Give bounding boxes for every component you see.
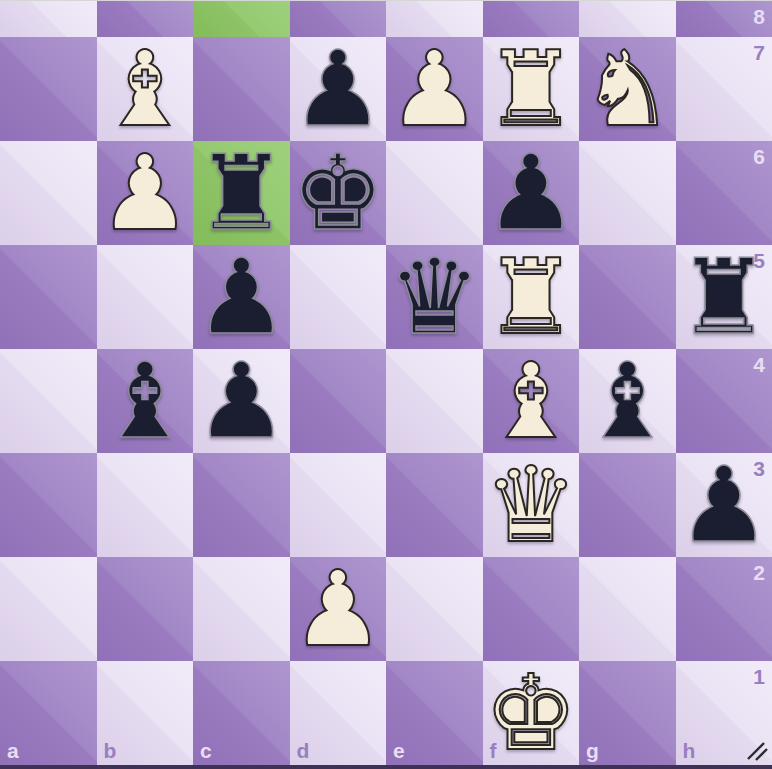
white-pawn[interactable]: ♟ [291, 557, 384, 661]
square-h4[interactable]: 4 [676, 349, 772, 453]
square-a7[interactable] [0, 37, 97, 141]
square-e1[interactable]: e [386, 661, 483, 765]
rank-label-3: 3 [753, 458, 765, 479]
square-h8[interactable]: 8 [676, 1, 772, 37]
square-a3[interactable] [0, 453, 97, 557]
square-e5[interactable]: ♛ [386, 245, 483, 349]
square-c3[interactable] [193, 453, 290, 557]
rank-label-2: 2 [753, 562, 765, 583]
rank-label-1: 1 [753, 666, 765, 687]
square-e6[interactable] [386, 141, 483, 245]
black-king[interactable]: ♚ [291, 141, 384, 245]
square-d5[interactable] [290, 245, 387, 349]
chess-board: 8♝♟♟♜♞7♟♜♚♟6♟♛♜♜5♝♟♝♝4♛♟3♟2abcde♚fg1h [0, 0, 772, 769]
square-a8[interactable] [0, 1, 97, 37]
square-b4[interactable]: ♝ [97, 349, 194, 453]
black-rook[interactable]: ♜ [195, 141, 288, 245]
rank-label-8: 8 [753, 6, 765, 27]
rank-label-5: 5 [753, 250, 765, 271]
square-a6[interactable] [0, 141, 97, 245]
square-h6[interactable]: 6 [676, 141, 772, 245]
white-pawn[interactable]: ♟ [388, 37, 481, 141]
square-c2[interactable] [193, 557, 290, 661]
square-d4[interactable] [290, 349, 387, 453]
square-c7[interactable] [193, 37, 290, 141]
file-label-h: h [683, 740, 696, 761]
square-d3[interactable] [290, 453, 387, 557]
square-c6[interactable]: ♜ [193, 141, 290, 245]
square-b6[interactable]: ♟ [97, 141, 194, 245]
white-rook[interactable]: ♜ [484, 245, 577, 349]
board-bottom-border [0, 765, 772, 769]
square-g5[interactable] [579, 245, 676, 349]
square-d2[interactable]: ♟ [290, 557, 387, 661]
square-e4[interactable] [386, 349, 483, 453]
white-bishop[interactable]: ♝ [98, 37, 191, 141]
square-g3[interactable] [579, 453, 676, 557]
square-e3[interactable] [386, 453, 483, 557]
file-label-f: f [490, 740, 497, 761]
white-rook[interactable]: ♜ [484, 37, 577, 141]
square-f2[interactable] [483, 557, 580, 661]
square-b7[interactable]: ♝ [97, 37, 194, 141]
black-bishop[interactable]: ♝ [98, 349, 191, 453]
file-label-a: a [7, 740, 19, 761]
file-label-e: e [393, 740, 405, 761]
chess-board-grid: 8♝♟♟♜♞7♟♜♚♟6♟♛♜♜5♝♟♝♝4♛♟3♟2abcde♚fg1h [0, 1, 772, 765]
square-a1[interactable]: a [0, 661, 97, 765]
square-a2[interactable] [0, 557, 97, 661]
black-pawn[interactable]: ♟ [195, 349, 288, 453]
square-e7[interactable]: ♟ [386, 37, 483, 141]
square-f6[interactable]: ♟ [483, 141, 580, 245]
square-a4[interactable] [0, 349, 97, 453]
black-pawn[interactable]: ♟ [484, 141, 577, 245]
square-c5[interactable]: ♟ [193, 245, 290, 349]
square-g7[interactable]: ♞ [579, 37, 676, 141]
square-f5[interactable]: ♜ [483, 245, 580, 349]
file-label-b: b [104, 740, 117, 761]
square-h2[interactable]: 2 [676, 557, 772, 661]
file-label-d: d [297, 740, 310, 761]
square-d7[interactable]: ♟ [290, 37, 387, 141]
rank-label-4: 4 [753, 354, 765, 375]
square-f4[interactable]: ♝ [483, 349, 580, 453]
black-queen[interactable]: ♛ [388, 245, 481, 349]
square-g6[interactable] [579, 141, 676, 245]
file-label-g: g [586, 740, 599, 761]
white-queen[interactable]: ♛ [484, 453, 577, 557]
resize-handle[interactable] [745, 738, 769, 762]
square-c1[interactable]: c [193, 661, 290, 765]
square-c8[interactable] [193, 1, 290, 37]
white-pawn[interactable]: ♟ [98, 141, 191, 245]
square-e2[interactable] [386, 557, 483, 661]
black-pawn[interactable]: ♟ [291, 37, 384, 141]
square-a5[interactable] [0, 245, 97, 349]
square-g4[interactable]: ♝ [579, 349, 676, 453]
square-d1[interactable]: d [290, 661, 387, 765]
square-b1[interactable]: b [97, 661, 194, 765]
black-bishop[interactable]: ♝ [581, 349, 674, 453]
square-f1[interactable]: ♚f [483, 661, 580, 765]
square-c4[interactable]: ♟ [193, 349, 290, 453]
white-knight[interactable]: ♞ [581, 37, 674, 141]
square-h5[interactable]: ♜5 [676, 245, 772, 349]
black-pawn[interactable]: ♟ [195, 245, 288, 349]
square-b5[interactable] [97, 245, 194, 349]
square-d6[interactable]: ♚ [290, 141, 387, 245]
square-f3[interactable]: ♛ [483, 453, 580, 557]
white-bishop[interactable]: ♝ [484, 349, 577, 453]
square-f7[interactable]: ♜ [483, 37, 580, 141]
square-h3[interactable]: ♟3 [676, 453, 772, 557]
square-b2[interactable] [97, 557, 194, 661]
square-b3[interactable] [97, 453, 194, 557]
rank-label-6: 6 [753, 146, 765, 167]
square-g1[interactable]: g [579, 661, 676, 765]
white-king[interactable]: ♚ [484, 661, 577, 765]
square-g2[interactable] [579, 557, 676, 661]
file-label-c: c [200, 740, 212, 761]
square-h7[interactable]: 7 [676, 37, 772, 141]
rank-label-7: 7 [753, 42, 765, 63]
